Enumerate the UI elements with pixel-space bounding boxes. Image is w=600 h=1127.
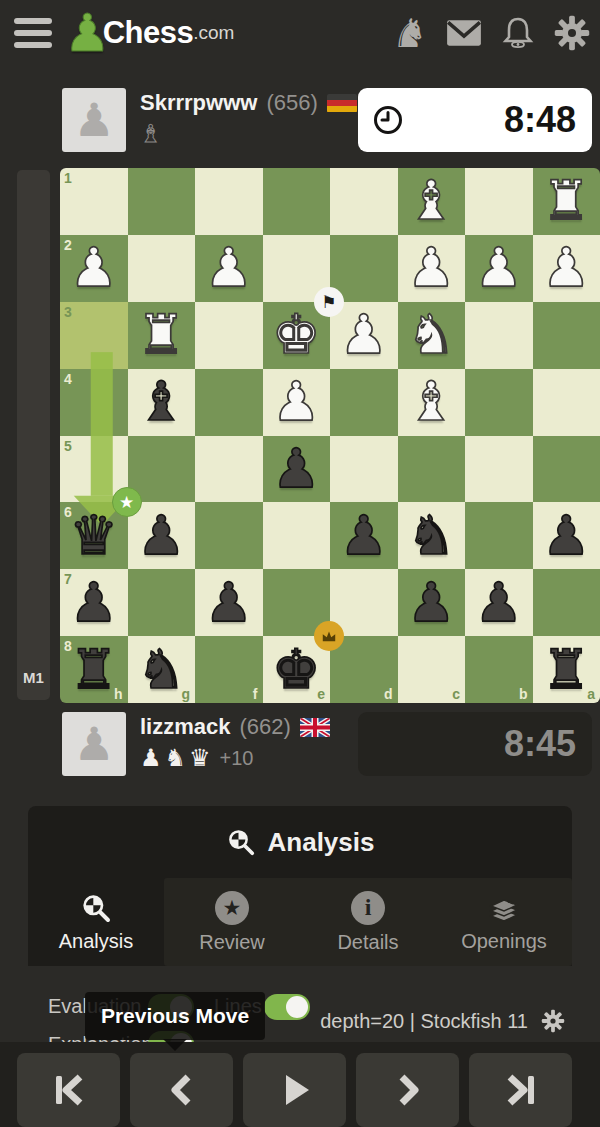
opponent-avatar[interactable]: ♟ bbox=[62, 88, 126, 152]
square-b8[interactable]: b bbox=[465, 636, 533, 703]
white-bishop-c4: ♝ bbox=[407, 372, 455, 432]
engine-info: depth=20 | Stockfish 11 bbox=[320, 1010, 528, 1033]
player-clock: 8:45 bbox=[358, 712, 592, 776]
rank-label-8: 8 bbox=[64, 638, 72, 654]
square-b5[interactable] bbox=[465, 436, 533, 503]
player-rating: (662) bbox=[240, 714, 291, 740]
player-row: ♟ lizzmack (662) ♟♞♛ +10 8:45 bbox=[62, 712, 600, 776]
white-pawn-e4: ♟ bbox=[272, 372, 320, 432]
last-move-button[interactable] bbox=[469, 1053, 572, 1127]
white-rook-g3: ♜ bbox=[137, 305, 185, 365]
square-b1[interactable] bbox=[465, 168, 533, 235]
square-h8[interactable]: 8h♜ bbox=[60, 636, 128, 703]
square-g3[interactable]: ♜ bbox=[128, 302, 196, 369]
square-d1[interactable] bbox=[330, 168, 398, 235]
tab-details[interactable]: i Details bbox=[300, 878, 436, 966]
chess-board[interactable]: 1♝♜2♟♟♟♟♟3♜♚♟♞4♝♟♝5♟6♛♟♟♞♟7♟♟♟♟8h♜g♞fe♚d… bbox=[60, 168, 600, 703]
tab-analysis[interactable]: Analysis bbox=[28, 878, 164, 966]
analysis-magnifier-icon bbox=[226, 827, 256, 857]
square-h5[interactable]: 5 bbox=[60, 436, 128, 503]
square-h4[interactable]: 4 bbox=[60, 369, 128, 436]
evaluation-value: M1 bbox=[17, 669, 50, 686]
square-a5[interactable] bbox=[533, 436, 600, 503]
white-knight-c3: ♞ bbox=[407, 305, 455, 365]
square-c4[interactable]: ♝ bbox=[398, 369, 466, 436]
square-f3[interactable] bbox=[195, 302, 263, 369]
black-rook-a8: ♜ bbox=[542, 640, 590, 700]
file-label-e: e bbox=[317, 686, 325, 702]
first-move-button[interactable] bbox=[17, 1053, 120, 1127]
black-knight-c6: ♞ bbox=[407, 506, 455, 566]
white-pawn-f2: ♟ bbox=[205, 238, 253, 298]
analysis-panel-title: Analysis bbox=[268, 827, 375, 858]
rank-label-4: 4 bbox=[64, 371, 72, 387]
white-pawn-h2: ♟ bbox=[70, 238, 118, 298]
square-a1[interactable]: ♜ bbox=[533, 168, 600, 235]
square-b6[interactable] bbox=[465, 502, 533, 569]
square-d6[interactable]: ♟ bbox=[330, 502, 398, 569]
square-f2[interactable]: ♟ bbox=[195, 235, 263, 302]
play-icon bbox=[275, 1070, 315, 1110]
square-g5[interactable] bbox=[128, 436, 196, 503]
file-label-g: g bbox=[181, 686, 190, 702]
tab-openings[interactable]: Openings bbox=[436, 878, 572, 966]
square-c6[interactable]: ♞ bbox=[398, 502, 466, 569]
notifications-icon[interactable] bbox=[498, 11, 538, 55]
square-e6[interactable] bbox=[263, 502, 331, 569]
square-f4[interactable] bbox=[195, 369, 263, 436]
black-pawn-f7: ♟ bbox=[205, 573, 253, 633]
square-b3[interactable] bbox=[465, 302, 533, 369]
file-label-c: c bbox=[452, 686, 460, 702]
material-advantage: +10 bbox=[220, 747, 254, 770]
white-pawn-b2: ♟ bbox=[475, 238, 523, 298]
square-d8[interactable]: d bbox=[330, 636, 398, 703]
file-label-f: f bbox=[253, 686, 258, 702]
square-a2[interactable]: ♟ bbox=[533, 235, 600, 302]
square-d5[interactable] bbox=[330, 436, 398, 503]
white-rook-a1: ♜ bbox=[542, 171, 590, 231]
opponent-username[interactable]: Skrrrpwww bbox=[140, 90, 257, 116]
square-c5[interactable] bbox=[398, 436, 466, 503]
rank-label-3: 3 bbox=[64, 304, 72, 320]
square-e1[interactable] bbox=[263, 168, 331, 235]
square-c7[interactable]: ♟ bbox=[398, 569, 466, 636]
rank-label-5: 5 bbox=[64, 438, 72, 454]
black-king-e8: ♚ bbox=[272, 640, 320, 700]
analysis-tab-icon bbox=[80, 892, 112, 924]
next-move-icon bbox=[388, 1070, 428, 1110]
settings-icon[interactable] bbox=[552, 11, 592, 55]
square-a7[interactable] bbox=[533, 569, 600, 636]
black-pawn-g6: ♟ bbox=[137, 506, 185, 566]
square-g6[interactable]: ♟ bbox=[128, 502, 196, 569]
white-king-e3: ♚ bbox=[272, 305, 320, 365]
captured-white-pawn: ♟ bbox=[140, 745, 162, 771]
square-e5[interactable]: ♟ bbox=[263, 436, 331, 503]
logo-suffix: .com bbox=[193, 22, 234, 44]
square-b7[interactable]: ♟ bbox=[465, 569, 533, 636]
square-b4[interactable] bbox=[465, 369, 533, 436]
opponent-clock: 8:48 bbox=[358, 88, 592, 152]
previous-move-tooltip: Previous Move bbox=[85, 992, 265, 1040]
captured-white-knight: ♞ bbox=[165, 745, 187, 771]
opponent-captured-pieces: ♝ bbox=[140, 120, 357, 148]
square-h2[interactable]: 2♟ bbox=[60, 235, 128, 302]
openings-books-icon bbox=[486, 892, 522, 924]
square-e2[interactable] bbox=[263, 235, 331, 302]
lines-toggle[interactable] bbox=[264, 994, 310, 1020]
black-queen-h6: ♛ bbox=[70, 506, 118, 566]
square-c3[interactable]: ♞ bbox=[398, 302, 466, 369]
square-g4[interactable]: ♝ bbox=[128, 369, 196, 436]
tab-review[interactable]: ★ Review bbox=[164, 878, 300, 966]
black-rook-h8: ♜ bbox=[70, 640, 118, 700]
captured-black-bishop: ♝ bbox=[140, 121, 162, 147]
germany-flag-icon bbox=[327, 94, 357, 113]
square-f6[interactable] bbox=[195, 502, 263, 569]
square-a6[interactable]: ♟ bbox=[533, 502, 600, 569]
analysis-panel-header: Analysis bbox=[28, 806, 572, 878]
square-g1[interactable] bbox=[128, 168, 196, 235]
previous-move-button[interactable] bbox=[130, 1053, 233, 1127]
square-a4[interactable] bbox=[533, 369, 600, 436]
black-pawn-b7: ♟ bbox=[475, 573, 523, 633]
rank-label-2: 2 bbox=[64, 237, 72, 253]
last-move-icon bbox=[499, 1070, 543, 1110]
captured-white-queen: ♛ bbox=[189, 745, 211, 771]
square-e3[interactable]: ♚ bbox=[263, 302, 331, 369]
square-h1[interactable]: 1 bbox=[60, 168, 128, 235]
black-knight-g8: ♞ bbox=[137, 640, 185, 700]
square-a8[interactable]: a♜ bbox=[533, 636, 600, 703]
square-d3[interactable]: ♟ bbox=[330, 302, 398, 369]
square-d7[interactable] bbox=[330, 569, 398, 636]
player-avatar[interactable]: ♟ bbox=[62, 712, 126, 776]
square-g7[interactable] bbox=[128, 569, 196, 636]
file-label-d: d bbox=[384, 686, 393, 702]
united-kingdom-flag-icon bbox=[300, 718, 330, 737]
file-label-a: a bbox=[587, 686, 595, 702]
app-screen: ♟ Chess .com ♞ ♟ Skrrrpwww (656) bbox=[0, 0, 600, 1127]
black-pawn-d6: ♟ bbox=[340, 506, 388, 566]
move-navigation-bar bbox=[0, 1042, 600, 1127]
engine-settings-gear-icon[interactable] bbox=[540, 1008, 566, 1034]
previous-move-icon bbox=[162, 1070, 202, 1110]
file-label-h: h bbox=[114, 686, 123, 702]
square-h3[interactable]: 3 bbox=[60, 302, 128, 369]
square-c8[interactable]: c bbox=[398, 636, 466, 703]
next-move-button[interactable] bbox=[356, 1053, 459, 1127]
opponent-time: 8:48 bbox=[404, 99, 592, 141]
square-f8[interactable]: f bbox=[195, 636, 263, 703]
white-pawn-a2: ♟ bbox=[542, 238, 590, 298]
square-c1[interactable]: ♝ bbox=[398, 168, 466, 235]
rank-label-7: 7 bbox=[64, 571, 72, 587]
evaluation-bar: M1 bbox=[17, 170, 50, 700]
clock-icon bbox=[372, 104, 404, 136]
square-d2[interactable] bbox=[330, 235, 398, 302]
square-h6[interactable]: 6♛ bbox=[60, 502, 128, 569]
rank-label-1: 1 bbox=[64, 170, 72, 186]
review-star-icon: ★ bbox=[215, 891, 249, 925]
square-f1[interactable] bbox=[195, 168, 263, 235]
rank-label-6: 6 bbox=[64, 504, 72, 520]
square-g2[interactable] bbox=[128, 235, 196, 302]
player-captured-pieces: ♟♞♛ bbox=[140, 745, 211, 771]
square-e4[interactable]: ♟ bbox=[263, 369, 331, 436]
player-time: 8:45 bbox=[358, 723, 592, 765]
file-label-b: b bbox=[519, 686, 528, 702]
square-e7[interactable] bbox=[263, 569, 331, 636]
play-knight-icon[interactable]: ♞ bbox=[390, 11, 430, 55]
square-f5[interactable] bbox=[195, 436, 263, 503]
black-pawn-e5: ♟ bbox=[272, 439, 320, 499]
opponent-row: ♟ Skrrrpwww (656) ♝ 8:48 bbox=[62, 88, 600, 152]
square-h7[interactable]: 7♟ bbox=[60, 569, 128, 636]
white-bishop-c1: ♝ bbox=[407, 171, 455, 231]
black-pawn-c7: ♟ bbox=[407, 573, 455, 633]
opponent-rating: (656) bbox=[266, 90, 317, 116]
white-pawn-c2: ♟ bbox=[407, 238, 455, 298]
black-pawn-h7: ♟ bbox=[70, 573, 118, 633]
square-b2[interactable]: ♟ bbox=[465, 235, 533, 302]
play-button[interactable] bbox=[243, 1053, 346, 1127]
square-g8[interactable]: g♞ bbox=[128, 636, 196, 703]
chesscom-logo[interactable]: ♟ Chess .com bbox=[64, 7, 234, 59]
first-move-icon bbox=[47, 1070, 91, 1110]
details-info-icon: i bbox=[351, 891, 385, 925]
white-pawn-d3: ♟ bbox=[340, 305, 388, 365]
square-f7[interactable]: ♟ bbox=[195, 569, 263, 636]
analysis-tabs: Analysis ★ Review i Details Openings bbox=[28, 878, 572, 966]
player-username[interactable]: lizzmack bbox=[140, 714, 231, 740]
top-bar: ♟ Chess .com ♞ bbox=[0, 0, 600, 66]
square-d4[interactable] bbox=[330, 369, 398, 436]
menu-icon[interactable] bbox=[14, 12, 52, 54]
black-pawn-a6: ♟ bbox=[542, 506, 590, 566]
square-e8[interactable]: e♚ bbox=[263, 636, 331, 703]
square-c2[interactable]: ♟ bbox=[398, 235, 466, 302]
square-a3[interactable] bbox=[533, 302, 600, 369]
logo-text: Chess bbox=[103, 15, 194, 51]
black-bishop-g4: ♝ bbox=[137, 372, 185, 432]
messages-icon[interactable] bbox=[444, 11, 484, 55]
